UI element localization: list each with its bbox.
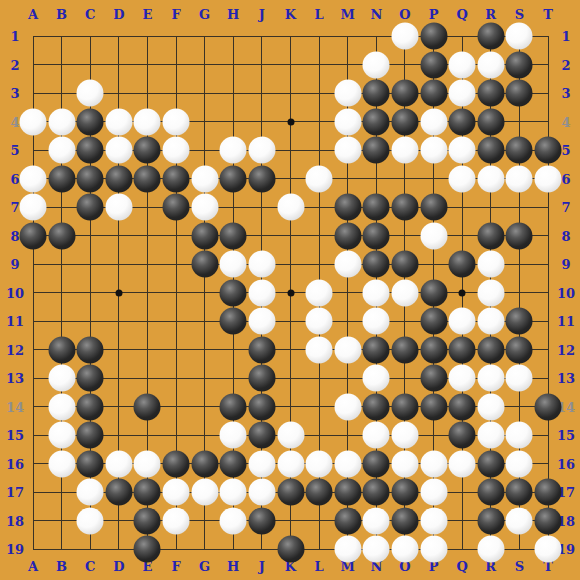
row-label-right: 3 <box>561 86 570 101</box>
black-stone <box>248 365 275 392</box>
black-stone <box>477 137 504 164</box>
black-stone <box>363 194 390 221</box>
column-label-top: N <box>370 7 382 22</box>
row-label-right: 4 <box>561 114 570 129</box>
black-stone <box>220 222 247 249</box>
white-stone <box>248 137 275 164</box>
black-stone <box>391 108 418 135</box>
white-stone <box>306 279 333 306</box>
row-label-right: 9 <box>561 257 570 272</box>
row-label-right: 8 <box>561 228 570 243</box>
column-label-bottom: L <box>315 559 324 574</box>
black-stone <box>363 251 390 278</box>
white-stone <box>449 450 476 477</box>
row-label-right: 7 <box>561 200 570 215</box>
black-stone <box>420 365 447 392</box>
black-stone <box>449 336 476 363</box>
white-stone <box>506 450 533 477</box>
white-stone <box>277 194 304 221</box>
black-stone <box>220 393 247 420</box>
column-label-top: E <box>142 7 152 22</box>
column-label-top: C <box>85 7 95 22</box>
white-stone <box>363 422 390 449</box>
black-stone <box>105 165 132 192</box>
black-stone <box>77 336 104 363</box>
white-stone <box>449 365 476 392</box>
white-stone <box>105 450 132 477</box>
black-stone <box>77 393 104 420</box>
white-stone <box>477 279 504 306</box>
black-stone <box>506 479 533 506</box>
white-stone <box>77 507 104 534</box>
white-stone <box>48 365 75 392</box>
black-stone <box>477 80 504 107</box>
column-label-top: S <box>515 7 524 22</box>
white-stone <box>77 479 104 506</box>
black-stone <box>363 80 390 107</box>
black-stone <box>420 336 447 363</box>
black-stone <box>363 479 390 506</box>
black-stone <box>191 222 218 249</box>
white-stone <box>163 108 190 135</box>
black-stone <box>363 336 390 363</box>
black-stone <box>220 308 247 335</box>
black-stone <box>477 507 504 534</box>
grid-line-vertical <box>548 36 549 549</box>
row-label-left: 11 <box>6 314 24 329</box>
black-stone <box>77 450 104 477</box>
white-stone <box>306 450 333 477</box>
black-stone <box>220 165 247 192</box>
white-stone <box>220 507 247 534</box>
row-label-left: 19 <box>6 542 24 557</box>
black-stone <box>420 308 447 335</box>
black-stone <box>477 479 504 506</box>
white-stone <box>163 137 190 164</box>
black-stone <box>77 422 104 449</box>
black-stone <box>420 279 447 306</box>
row-label-left: 8 <box>10 228 19 243</box>
white-stone <box>334 108 361 135</box>
white-stone <box>363 507 390 534</box>
white-stone <box>420 450 447 477</box>
white-stone <box>105 137 132 164</box>
black-stone <box>363 137 390 164</box>
black-stone <box>420 194 447 221</box>
black-stone <box>77 194 104 221</box>
black-stone <box>77 365 104 392</box>
row-label-right: 11 <box>557 314 575 329</box>
white-stone <box>363 536 390 563</box>
black-stone <box>391 507 418 534</box>
black-stone <box>506 51 533 78</box>
column-label-top: F <box>171 7 180 22</box>
black-stone <box>363 450 390 477</box>
white-stone <box>449 308 476 335</box>
black-stone <box>248 393 275 420</box>
black-stone <box>506 80 533 107</box>
row-label-left: 6 <box>10 171 19 186</box>
column-label-bottom: Q <box>456 559 467 574</box>
column-label-bottom: F <box>171 559 180 574</box>
row-label-left: 17 <box>6 485 24 500</box>
black-stone <box>48 222 75 249</box>
white-stone <box>506 23 533 50</box>
black-stone <box>134 536 161 563</box>
black-stone <box>535 507 562 534</box>
white-stone <box>334 336 361 363</box>
black-stone <box>334 479 361 506</box>
white-stone <box>420 222 447 249</box>
black-stone <box>191 251 218 278</box>
white-stone <box>391 536 418 563</box>
white-stone <box>391 450 418 477</box>
white-stone <box>277 422 304 449</box>
white-stone <box>277 450 304 477</box>
black-stone <box>334 507 361 534</box>
white-stone <box>163 479 190 506</box>
column-label-bottom: H <box>227 559 239 574</box>
white-stone <box>248 279 275 306</box>
white-stone <box>449 137 476 164</box>
row-label-left: 16 <box>6 456 24 471</box>
white-stone <box>535 536 562 563</box>
black-stone <box>20 222 47 249</box>
white-stone <box>363 308 390 335</box>
white-stone <box>334 137 361 164</box>
white-stone <box>391 279 418 306</box>
black-stone <box>248 507 275 534</box>
black-stone <box>134 393 161 420</box>
white-stone <box>248 251 275 278</box>
black-stone <box>163 194 190 221</box>
black-stone <box>134 165 161 192</box>
black-stone <box>220 279 247 306</box>
black-stone <box>48 336 75 363</box>
white-stone <box>391 137 418 164</box>
white-stone <box>20 108 47 135</box>
white-stone <box>334 450 361 477</box>
column-label-top: D <box>113 7 124 22</box>
column-label-top: J <box>259 7 265 22</box>
white-stone <box>191 479 218 506</box>
black-stone <box>420 393 447 420</box>
black-stone <box>77 137 104 164</box>
black-stone <box>535 393 562 420</box>
black-stone <box>363 222 390 249</box>
white-stone <box>391 422 418 449</box>
white-stone <box>420 137 447 164</box>
white-stone <box>220 251 247 278</box>
white-stone <box>535 165 562 192</box>
column-label-top: R <box>485 7 496 22</box>
black-stone <box>277 536 304 563</box>
column-label-top: Q <box>456 7 467 22</box>
row-label-left: 13 <box>6 371 24 386</box>
white-stone <box>363 51 390 78</box>
row-label-right: 1 <box>561 29 570 44</box>
black-stone <box>163 450 190 477</box>
white-stone <box>506 507 533 534</box>
white-stone <box>191 165 218 192</box>
white-stone <box>248 450 275 477</box>
white-stone <box>391 23 418 50</box>
black-stone <box>134 507 161 534</box>
row-label-left: 10 <box>6 285 24 300</box>
row-label-right: 5 <box>561 143 570 158</box>
white-stone <box>163 507 190 534</box>
row-label-right: 13 <box>557 371 575 386</box>
black-stone <box>248 165 275 192</box>
black-stone <box>334 222 361 249</box>
black-stone <box>391 194 418 221</box>
white-stone <box>248 479 275 506</box>
row-label-left: 3 <box>10 86 19 101</box>
white-stone <box>363 279 390 306</box>
black-stone <box>449 251 476 278</box>
white-stone <box>48 422 75 449</box>
row-label-left: 15 <box>6 428 24 443</box>
row-label-right: 12 <box>557 342 575 357</box>
black-stone <box>334 194 361 221</box>
black-stone <box>248 422 275 449</box>
column-label-top: T <box>543 7 553 22</box>
column-label-top: K <box>285 7 296 22</box>
white-stone <box>20 194 47 221</box>
black-stone <box>191 450 218 477</box>
black-stone <box>391 251 418 278</box>
column-label-bottom: S <box>515 559 524 574</box>
white-stone <box>20 165 47 192</box>
black-stone <box>134 479 161 506</box>
black-stone <box>306 479 333 506</box>
white-stone <box>248 308 275 335</box>
white-stone <box>134 108 161 135</box>
white-stone <box>420 479 447 506</box>
column-label-bottom: C <box>85 559 95 574</box>
black-stone <box>391 393 418 420</box>
white-stone <box>334 80 361 107</box>
black-stone <box>449 108 476 135</box>
white-stone <box>306 165 333 192</box>
white-stone <box>506 422 533 449</box>
star-point <box>459 289 466 296</box>
white-stone <box>48 108 75 135</box>
black-stone <box>477 108 504 135</box>
black-stone <box>420 80 447 107</box>
white-stone <box>306 336 333 363</box>
black-stone <box>48 165 75 192</box>
black-stone <box>248 336 275 363</box>
white-stone <box>449 51 476 78</box>
black-stone <box>449 422 476 449</box>
black-stone <box>163 165 190 192</box>
row-label-left: 12 <box>6 342 24 357</box>
column-label-top: H <box>227 7 239 22</box>
white-stone <box>477 308 504 335</box>
black-stone <box>277 479 304 506</box>
black-stone <box>363 108 390 135</box>
white-stone <box>420 108 447 135</box>
black-stone <box>134 137 161 164</box>
white-stone <box>334 393 361 420</box>
white-stone <box>105 108 132 135</box>
white-stone <box>334 251 361 278</box>
row-label-left: 14 <box>6 399 24 414</box>
white-stone <box>363 365 390 392</box>
white-stone <box>48 450 75 477</box>
black-stone <box>220 450 247 477</box>
white-stone <box>77 80 104 107</box>
white-stone <box>306 308 333 335</box>
white-stone <box>105 194 132 221</box>
white-stone <box>506 165 533 192</box>
white-stone <box>220 422 247 449</box>
column-label-bottom: D <box>113 559 124 574</box>
white-stone <box>420 536 447 563</box>
column-label-bottom: B <box>56 559 67 574</box>
white-stone <box>477 393 504 420</box>
white-stone <box>220 137 247 164</box>
black-stone <box>391 479 418 506</box>
column-label-top: B <box>56 7 67 22</box>
row-label-left: 9 <box>10 257 19 272</box>
white-stone <box>48 393 75 420</box>
black-stone <box>506 222 533 249</box>
black-stone <box>506 336 533 363</box>
black-stone <box>77 108 104 135</box>
black-stone <box>105 479 132 506</box>
column-label-bottom: A <box>28 559 38 574</box>
white-stone <box>477 165 504 192</box>
white-stone <box>477 51 504 78</box>
black-stone <box>506 137 533 164</box>
white-stone <box>334 536 361 563</box>
row-label-left: 2 <box>10 57 19 72</box>
row-label-left: 18 <box>6 513 24 528</box>
white-stone <box>506 365 533 392</box>
black-stone <box>363 393 390 420</box>
white-stone <box>134 450 161 477</box>
white-stone <box>420 507 447 534</box>
row-label-left: 1 <box>10 29 19 44</box>
column-label-top: P <box>429 7 439 22</box>
black-stone <box>477 222 504 249</box>
column-label-top: M <box>341 7 355 22</box>
row-label-right: 15 <box>557 428 575 443</box>
black-stone <box>420 51 447 78</box>
white-stone <box>449 165 476 192</box>
column-label-top: G <box>199 7 210 22</box>
white-stone <box>449 80 476 107</box>
white-stone <box>477 251 504 278</box>
white-stone <box>191 194 218 221</box>
column-label-top: L <box>315 7 324 22</box>
black-stone <box>535 479 562 506</box>
row-label-right: 2 <box>561 57 570 72</box>
column-label-bottom: G <box>199 559 210 574</box>
black-stone <box>449 393 476 420</box>
star-point <box>287 118 294 125</box>
row-label-left: 7 <box>10 200 19 215</box>
row-label-right: 6 <box>561 171 570 186</box>
white-stone <box>477 422 504 449</box>
black-stone <box>391 80 418 107</box>
white-stone <box>477 365 504 392</box>
black-stone <box>477 450 504 477</box>
row-label-right: 10 <box>557 285 575 300</box>
star-point <box>287 289 294 296</box>
column-label-top: O <box>399 7 410 22</box>
go-board[interactable]: AABBCCDDEEFFGGHHJJKKLLMMNNOOPPQQRRSSTT11… <box>0 0 580 580</box>
row-label-left: 5 <box>10 143 19 158</box>
black-stone <box>420 23 447 50</box>
grid-line-horizontal <box>33 520 548 521</box>
column-label-bottom: J <box>259 559 265 574</box>
white-stone <box>220 479 247 506</box>
black-stone <box>77 165 104 192</box>
black-stone <box>535 137 562 164</box>
star-point <box>115 289 122 296</box>
row-label-right: 16 <box>557 456 575 471</box>
column-label-top: A <box>28 7 38 22</box>
white-stone <box>48 137 75 164</box>
black-stone <box>506 308 533 335</box>
black-stone <box>391 336 418 363</box>
white-stone <box>477 536 504 563</box>
black-stone <box>477 336 504 363</box>
black-stone <box>477 23 504 50</box>
row-label-left: 4 <box>10 114 19 129</box>
